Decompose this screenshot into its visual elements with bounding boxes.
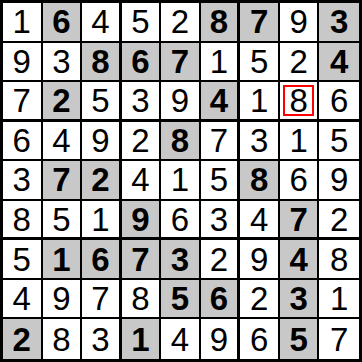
cell-r5c6[interactable]: 5 [201,161,241,201]
cell-r9c3[interactable]: 3 [82,319,122,359]
cell-digit: 8 [131,282,149,315]
cell-digit: 2 [330,203,348,236]
cell-r7c3[interactable]: 6 [82,240,122,280]
cell-digit: 2 [171,5,189,38]
cell-r3c5[interactable]: 9 [161,82,201,122]
cell-digit: 1 [289,124,307,157]
cell-digit: 2 [13,323,31,356]
cell-r9c6[interactable]: 9 [201,319,241,359]
cell-r1c3[interactable]: 4 [82,3,122,43]
cell-digit: 8 [171,124,189,157]
cell-digit: 9 [289,5,307,38]
cell-r6c6[interactable]: 3 [201,201,241,241]
cell-digit: 3 [171,243,189,276]
cell-digit: 9 [13,45,31,78]
cell-digit: 1 [171,163,189,196]
cell-r8c3[interactable]: 7 [82,280,122,320]
cell-digit: 5 [171,282,189,315]
cell-r5c5[interactable]: 1 [161,161,201,201]
cell-r2c7[interactable]: 5 [240,43,280,83]
cell-digit: 7 [210,124,228,157]
cell-digit: 8 [52,323,70,356]
cell-digit: 2 [52,84,70,117]
cell-r6c7[interactable]: 4 [240,201,280,241]
cell-r7c5[interactable]: 3 [161,240,201,280]
cell-r2c3[interactable]: 8 [82,43,122,83]
cell-digit: 7 [13,84,31,117]
cell-digit: 4 [52,124,70,157]
cell-digit: 6 [250,323,268,356]
cell-r5c2[interactable]: 7 [43,161,83,201]
cell-digit: 1 [13,5,31,38]
cell-digit: 7 [171,45,189,78]
cell-r6c9[interactable]: 2 [319,201,359,241]
cell-digit: 3 [13,163,31,196]
cell-digit: 6 [13,124,31,157]
cell-r6c4[interactable]: 9 [122,201,162,241]
cell-r6c3[interactable]: 1 [82,201,122,241]
cell-r3c9[interactable]: 6 [319,82,359,122]
cell-r9c4[interactable]: 1 [122,319,162,359]
cell-r2c1[interactable]: 9 [3,43,43,83]
cell-r4c8[interactable]: 1 [280,122,320,162]
cell-r3c4[interactable]: 3 [122,82,162,122]
cell-digit: 8 [91,45,109,78]
cell-digit: 2 [131,124,149,157]
cell-digit: 4 [171,323,189,356]
cell-digit: 2 [91,163,109,196]
cell-digit: 3 [250,124,268,157]
cell-r5c3[interactable]: 2 [82,161,122,201]
cell-r4c2[interactable]: 4 [43,122,83,162]
cell-digit: 5 [250,45,268,78]
cell-r8c6[interactable]: 6 [201,280,241,320]
cell-r9c2[interactable]: 8 [43,319,83,359]
cell-digit: 7 [330,323,348,356]
cell-digit: 4 [250,203,268,236]
cell-r7c7[interactable]: 9 [240,240,280,280]
cell-r7c8[interactable]: 4 [280,240,320,280]
cell-r8c4[interactable]: 8 [122,280,162,320]
cell-digit: 7 [91,282,109,315]
cell-digit: 5 [210,163,228,196]
cell-digit: 6 [210,282,228,315]
cell-r5c4[interactable]: 4 [122,161,162,201]
cell-digit: 6 [330,84,348,117]
cell-r2c8[interactable]: 2 [280,43,320,83]
cell-r7c1[interactable]: 5 [3,240,43,280]
cell-digit: 4 [330,45,348,78]
cell-r9c7[interactable]: 6 [240,319,280,359]
cell-digit: 1 [131,323,149,356]
cell-digit: 8 [13,203,31,236]
cell-digit: 3 [52,45,70,78]
cell-r7c9[interactable]: 8 [319,240,359,280]
cell-r8c9[interactable]: 1 [319,280,359,320]
cell-digit: 4 [91,5,109,38]
cell-digit: 9 [171,84,189,117]
cell-r9c8[interactable]: 5 [280,319,320,359]
cell-digit: 1 [52,243,70,276]
cell-digit: 5 [91,84,109,117]
cell-digit: 8 [289,84,307,117]
cell-digit: 8 [250,163,268,196]
cell-r4c9[interactable]: 5 [319,122,359,162]
cell-r3c8[interactable]: 8 [280,82,320,122]
cell-r3c1[interactable]: 7 [3,82,43,122]
cell-digit: 5 [13,243,31,276]
cell-digit: 4 [13,282,31,315]
cell-digit: 6 [289,163,307,196]
cell-digit: 3 [289,282,307,315]
cell-r3c7[interactable]: 1 [240,82,280,122]
cell-digit: 2 [289,45,307,78]
cell-digit: 6 [91,243,109,276]
cell-digit: 4 [131,163,149,196]
cell-r6c1[interactable]: 8 [3,201,43,241]
cell-r4c5[interactable]: 8 [161,122,201,162]
cell-r4c1[interactable]: 6 [3,122,43,162]
cell-digit: 6 [171,203,189,236]
cell-r5c8[interactable]: 6 [280,161,320,201]
cell-r4c7[interactable]: 3 [240,122,280,162]
cell-r3c6[interactable]: 4 [201,82,241,122]
cell-digit: 9 [131,203,149,236]
cell-r8c2[interactable]: 9 [43,280,83,320]
cell-r6c2[interactable]: 5 [43,201,83,241]
cell-digit: 9 [250,243,268,276]
cell-digit: 2 [210,243,228,276]
cell-digit: 3 [91,323,109,356]
cell-digit: 9 [52,282,70,315]
cell-r1c5[interactable]: 2 [161,3,201,43]
cell-r2c6[interactable]: 1 [201,43,241,83]
cell-digit: 1 [91,203,109,236]
cell-digit: 1 [250,84,268,117]
cell-r3c3[interactable]: 5 [82,82,122,122]
cell-r8c8[interactable]: 3 [280,280,320,320]
cell-digit: 9 [330,163,348,196]
cell-digit: 5 [52,203,70,236]
cell-r8c5[interactable]: 5 [161,280,201,320]
cell-r1c2[interactable]: 6 [43,3,83,43]
cell-r5c1[interactable]: 3 [3,161,43,201]
cell-digit: 8 [330,243,348,276]
cell-digit: 1 [210,45,228,78]
cell-r7c4[interactable]: 7 [122,240,162,280]
cell-digit: 6 [52,5,70,38]
cell-r3c2[interactable]: 2 [43,82,83,122]
cell-r2c2[interactable]: 3 [43,43,83,83]
cell-digit: 7 [289,203,307,236]
cell-r4c4[interactable]: 2 [122,122,162,162]
cell-digit: 5 [131,5,149,38]
cell-r6c5[interactable]: 6 [161,201,201,241]
cell-r4c3[interactable]: 9 [82,122,122,162]
cell-digit: 8 [210,5,228,38]
cell-r2c5[interactable]: 7 [161,43,201,83]
cell-digit: 7 [131,243,149,276]
cell-digit: 3 [210,203,228,236]
cell-r2c9[interactable]: 4 [319,43,359,83]
cell-digit: 1 [330,282,348,315]
cell-r6c8[interactable]: 7 [280,201,320,241]
cell-r9c1[interactable]: 2 [3,319,43,359]
cell-r5c9[interactable]: 9 [319,161,359,201]
cell-r7c6[interactable]: 2 [201,240,241,280]
cell-digit: 7 [52,163,70,196]
cell-digit: 4 [210,84,228,117]
cell-digit: 9 [91,124,109,157]
cell-r8c7[interactable]: 2 [240,280,280,320]
cell-digit: 9 [210,323,228,356]
cell-r1c6[interactable]: 8 [201,3,241,43]
cell-digit: 2 [250,282,268,315]
cell-digit: 3 [131,84,149,117]
cell-digit: 3 [330,5,348,38]
cell-r2c4[interactable]: 6 [122,43,162,83]
cell-digit: 4 [289,243,307,276]
cell-r9c5[interactable]: 4 [161,319,201,359]
cell-digit: 6 [131,45,149,78]
cell-digit: 5 [289,323,307,356]
cell-r9c9[interactable]: 7 [319,319,359,359]
cell-r1c9[interactable]: 3 [319,3,359,43]
cell-r7c2[interactable]: 1 [43,240,83,280]
cell-r1c7[interactable]: 7 [240,3,280,43]
cell-r8c1[interactable]: 4 [3,280,43,320]
cell-r5c7[interactable]: 8 [240,161,280,201]
cell-digit: 7 [250,5,268,38]
cell-r1c4[interactable]: 5 [122,3,162,43]
cell-r4c6[interactable]: 7 [201,122,241,162]
cell-digit: 5 [330,124,348,157]
sudoku-board: 1645287939386715247253941866492873153724… [0,0,362,362]
cell-r1c8[interactable]: 9 [280,3,320,43]
cell-r1c1[interactable]: 1 [3,3,43,43]
